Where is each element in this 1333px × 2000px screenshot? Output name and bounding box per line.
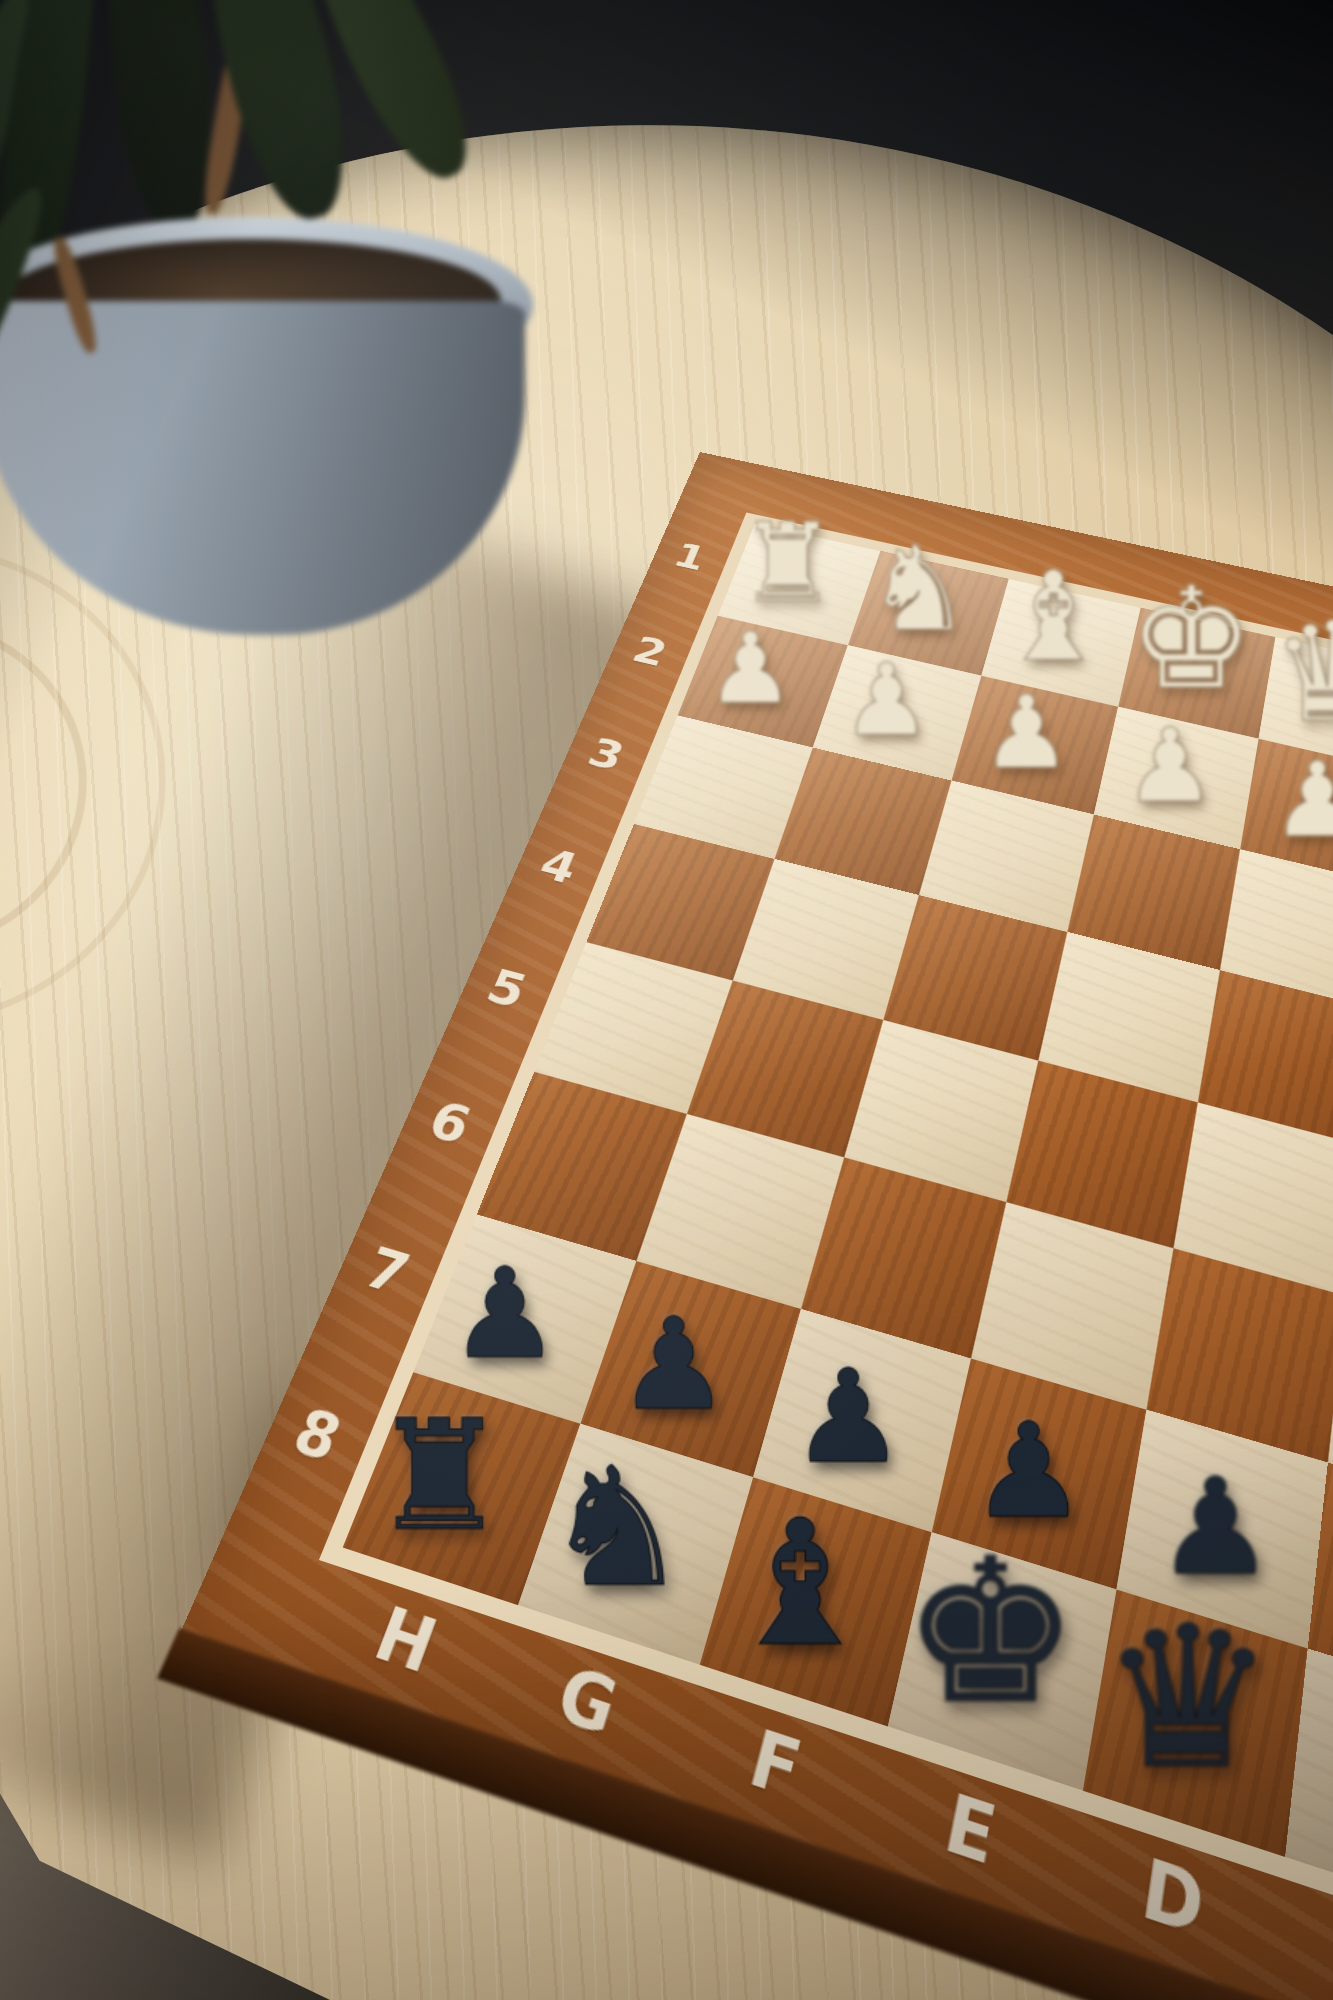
square-d6[interactable] bbox=[1147, 1248, 1333, 1462]
rank-label-3: 3 bbox=[567, 726, 645, 783]
white-knight-g1[interactable]: ♞ bbox=[866, 530, 971, 648]
black-rook-h8[interactable]: ♜ bbox=[370, 1399, 507, 1552]
black-pawn-h7[interactable]: ♟ bbox=[448, 1251, 560, 1376]
file-label-h: H bbox=[359, 1590, 452, 1691]
rank-label-5: 5 bbox=[463, 955, 550, 1023]
black-queen-d8[interactable]: ♛ bbox=[1099, 1600, 1275, 1796]
white-king-e1[interactable]: ♚ bbox=[1128, 569, 1254, 710]
rank-label-6: 6 bbox=[404, 1086, 495, 1160]
rank-label-8: 8 bbox=[266, 1389, 369, 1480]
white-queen-d1[interactable]: ♛ bbox=[1270, 603, 1333, 741]
rank-label-7: 7 bbox=[338, 1230, 435, 1312]
black-pawn-d7[interactable]: ♟ bbox=[1155, 1461, 1274, 1594]
black-bishop-f8[interactable]: ♝ bbox=[722, 1496, 877, 1669]
black-pawn-f7[interactable]: ♟ bbox=[790, 1352, 905, 1481]
white-bishop-f1[interactable]: ♝ bbox=[997, 555, 1108, 678]
rank-label-1: 1 bbox=[654, 533, 725, 581]
photo-scene: ♜♞♝♚♛♝♞♜♟♟♟♟♟♟♟♟♟♟♟♟♟♟♟♟♜♞♝♚♛♝♞♜ 1234567… bbox=[0, 0, 1333, 2000]
white-pawn-h2[interactable]: ♟ bbox=[706, 619, 794, 718]
file-label-g: G bbox=[541, 1649, 632, 1754]
white-pawn-f2[interactable]: ♟ bbox=[981, 682, 1072, 783]
square-d8[interactable]: ♛ bbox=[1083, 1589, 1308, 1857]
file-label-e: E bbox=[926, 1774, 1013, 1886]
file-label-f: F bbox=[730, 1711, 819, 1819]
white-rook-h1[interactable]: ♜ bbox=[738, 508, 836, 618]
white-pawn-d2[interactable]: ♟ bbox=[1270, 748, 1333, 852]
black-pawn-g7[interactable]: ♟ bbox=[616, 1301, 730, 1428]
white-pawn-g2[interactable]: ♟ bbox=[841, 650, 930, 750]
file-label-d: D bbox=[1130, 1840, 1215, 1957]
rank-label-2: 2 bbox=[613, 625, 687, 677]
black-king-e8[interactable]: ♚ bbox=[901, 1533, 1079, 1732]
potted-plant bbox=[0, 0, 575, 665]
plant-pot bbox=[0, 301, 525, 635]
rank-label-4: 4 bbox=[518, 835, 600, 897]
black-knight-g8[interactable]: ♞ bbox=[542, 1445, 689, 1609]
white-pawn-e2[interactable]: ♟ bbox=[1123, 715, 1215, 817]
black-bishop-c8[interactable]: ♝ bbox=[1309, 1679, 1333, 1862]
plant-leaf bbox=[91, 0, 223, 239]
